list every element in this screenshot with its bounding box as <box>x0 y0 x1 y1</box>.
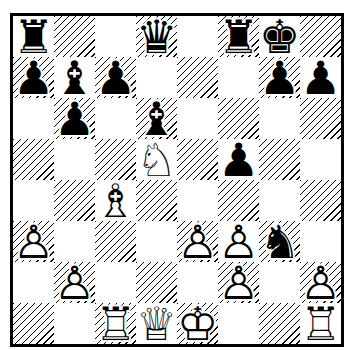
black-rook-piece[interactable]: ♜♜ <box>218 16 259 57</box>
square-e3[interactable]: ♟♙ <box>177 221 218 262</box>
piece-glyph: ♔ <box>177 303 218 344</box>
square-e8[interactable] <box>177 16 218 57</box>
square-g5[interactable] <box>259 139 300 180</box>
square-b2[interactable]: ♟♙ <box>54 262 95 303</box>
square-a5[interactable] <box>13 139 54 180</box>
square-b4[interactable] <box>54 180 95 221</box>
white-bishop-piece[interactable]: ♝♗ <box>95 180 136 221</box>
square-f7[interactable] <box>218 57 259 98</box>
piece-glyph: ♘ <box>136 139 177 180</box>
black-pawn-piece[interactable]: ♟♟ <box>54 98 95 139</box>
piece-glyph: ♖ <box>95 303 136 344</box>
black-pawn-piece[interactable]: ♟♟ <box>259 57 300 98</box>
square-e7[interactable] <box>177 57 218 98</box>
square-c6[interactable] <box>95 98 136 139</box>
black-knight-piece[interactable]: ♞♞ <box>259 221 300 262</box>
piece-glyph: ♟ <box>95 57 136 98</box>
piece-glyph: ♛ <box>136 16 177 57</box>
white-knight-piece[interactable]: ♞♘ <box>136 139 177 180</box>
square-g6[interactable] <box>259 98 300 139</box>
white-pawn-piece[interactable]: ♟♙ <box>177 221 218 262</box>
piece-glyph: ♙ <box>177 221 218 262</box>
piece-glyph: ♙ <box>13 221 54 262</box>
piece-glyph: ♖ <box>300 303 341 344</box>
square-d4[interactable] <box>136 180 177 221</box>
square-c7[interactable]: ♟♟ <box>95 57 136 98</box>
square-h7[interactable]: ♟♟ <box>300 57 341 98</box>
piece-glyph: ♟ <box>300 57 341 98</box>
square-f2[interactable]: ♟♙ <box>218 262 259 303</box>
piece-glyph: ♟ <box>54 98 95 139</box>
square-g3[interactable]: ♞♞ <box>259 221 300 262</box>
square-a7[interactable]: ♟♟ <box>13 57 54 98</box>
white-pawn-piece[interactable]: ♟♙ <box>218 262 259 303</box>
square-h5[interactable] <box>300 139 341 180</box>
black-queen-piece[interactable]: ♛♛ <box>136 16 177 57</box>
square-d3[interactable] <box>136 221 177 262</box>
chess-diagram-page: ♜♜♛♛♜♜♚♚♟♟♝♝♟♟♟♟♟♟♟♟♝♝♞♘♟♟♝♗♟♙♟♙♟♙♞♞♟♙♟♙… <box>0 0 350 350</box>
square-h4[interactable] <box>300 180 341 221</box>
piece-glyph: ♜ <box>218 16 259 57</box>
white-rook-piece[interactable]: ♜♖ <box>95 303 136 344</box>
square-b6[interactable]: ♟♟ <box>54 98 95 139</box>
piece-glyph: ♟ <box>13 57 54 98</box>
square-d5[interactable]: ♞♘ <box>136 139 177 180</box>
piece-glyph: ♟ <box>218 139 259 180</box>
square-a3[interactable]: ♟♙ <box>13 221 54 262</box>
white-king-piece[interactable]: ♚♔ <box>177 303 218 344</box>
square-f1[interactable] <box>218 303 259 344</box>
square-e5[interactable] <box>177 139 218 180</box>
piece-glyph: ♟ <box>259 57 300 98</box>
piece-glyph: ♗ <box>95 180 136 221</box>
black-pawn-piece[interactable]: ♟♟ <box>218 139 259 180</box>
square-c4[interactable]: ♝♗ <box>95 180 136 221</box>
square-c3[interactable] <box>95 221 136 262</box>
square-d1[interactable]: ♛♕ <box>136 303 177 344</box>
square-b5[interactable] <box>54 139 95 180</box>
piece-glyph: ♕ <box>136 303 177 344</box>
black-pawn-piece[interactable]: ♟♟ <box>95 57 136 98</box>
square-h1[interactable]: ♜♖ <box>300 303 341 344</box>
square-g7[interactable]: ♟♟ <box>259 57 300 98</box>
piece-glyph: ♙ <box>218 262 259 303</box>
black-pawn-piece[interactable]: ♟♟ <box>13 57 54 98</box>
square-e1[interactable]: ♚♔ <box>177 303 218 344</box>
board-border: ♜♜♛♛♜♜♚♚♟♟♝♝♟♟♟♟♟♟♟♟♝♝♞♘♟♟♝♗♟♙♟♙♟♙♞♞♟♙♟♙… <box>10 13 344 347</box>
square-h6[interactable] <box>300 98 341 139</box>
black-pawn-piece[interactable]: ♟♟ <box>300 57 341 98</box>
square-a6[interactable] <box>13 98 54 139</box>
square-f8[interactable]: ♜♜ <box>218 16 259 57</box>
piece-glyph: ♞ <box>259 221 300 262</box>
square-g1[interactable] <box>259 303 300 344</box>
square-b1[interactable] <box>54 303 95 344</box>
square-c1[interactable]: ♜♖ <box>95 303 136 344</box>
square-d8[interactable]: ♛♛ <box>136 16 177 57</box>
white-queen-piece[interactable]: ♛♕ <box>136 303 177 344</box>
white-pawn-piece[interactable]: ♟♙ <box>13 221 54 262</box>
chess-board: ♜♜♛♛♜♜♚♚♟♟♝♝♟♟♟♟♟♟♟♟♝♝♞♘♟♟♝♗♟♙♟♙♟♙♞♞♟♙♟♙… <box>13 16 341 344</box>
white-pawn-piece[interactable]: ♟♙ <box>54 262 95 303</box>
square-g2[interactable] <box>259 262 300 303</box>
white-rook-piece[interactable]: ♜♖ <box>300 303 341 344</box>
piece-glyph: ♙ <box>54 262 95 303</box>
square-f5[interactable]: ♟♟ <box>218 139 259 180</box>
square-a1[interactable] <box>13 303 54 344</box>
square-e6[interactable] <box>177 98 218 139</box>
square-a2[interactable] <box>13 262 54 303</box>
